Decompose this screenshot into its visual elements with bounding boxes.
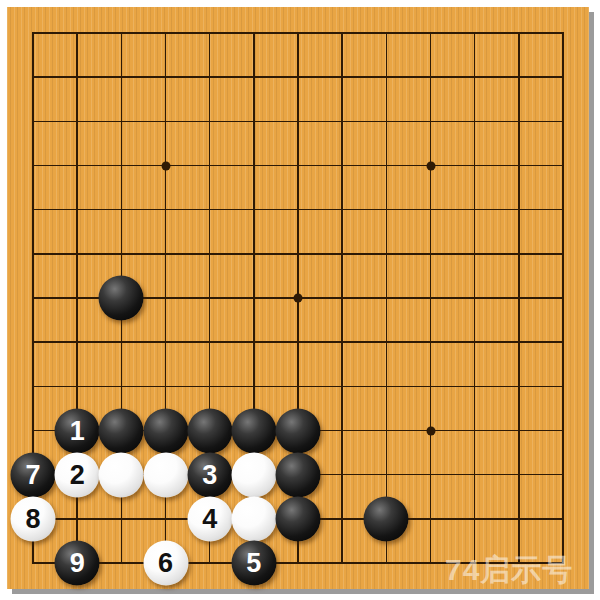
black-stone bbox=[276, 452, 321, 497]
grid-line-vertical bbox=[430, 32, 431, 563]
black-stone bbox=[364, 496, 409, 541]
black-stone-move-1: 1 bbox=[55, 408, 100, 453]
grid-line-vertical bbox=[341, 32, 342, 563]
star-point bbox=[294, 294, 303, 303]
white-stone bbox=[231, 496, 276, 541]
grid-line-horizontal bbox=[32, 386, 563, 387]
white-stone bbox=[143, 452, 188, 497]
move-number-label: 8 bbox=[25, 505, 40, 532]
star-point bbox=[426, 426, 435, 435]
move-number-label: 7 bbox=[25, 461, 40, 488]
black-stone-move-7: 7 bbox=[11, 452, 56, 497]
white-stone-move-6: 6 bbox=[143, 541, 188, 586]
black-stone bbox=[99, 276, 144, 321]
black-stone bbox=[187, 408, 232, 453]
black-stone-move-3: 3 bbox=[187, 452, 232, 497]
move-number-label: 6 bbox=[158, 550, 173, 577]
black-stone bbox=[143, 408, 188, 453]
go-board: 172384965 bbox=[7, 7, 589, 589]
grid-line-horizontal bbox=[32, 562, 563, 563]
black-stone bbox=[231, 408, 276, 453]
move-number-label: 9 bbox=[70, 550, 85, 577]
black-stone bbox=[276, 496, 321, 541]
move-number-label: 1 bbox=[70, 417, 85, 444]
go-diagram-page: 172384965 74启示号 bbox=[0, 0, 600, 600]
white-stone bbox=[99, 452, 144, 497]
star-point bbox=[161, 161, 170, 170]
grid-line-vertical bbox=[474, 32, 475, 563]
black-stone bbox=[99, 408, 144, 453]
grid-line-horizontal bbox=[32, 341, 563, 342]
move-number-label: 2 bbox=[70, 461, 85, 488]
white-stone-move-4: 4 bbox=[187, 496, 232, 541]
white-stone-move-8: 8 bbox=[11, 496, 56, 541]
move-number-label: 5 bbox=[246, 550, 261, 577]
black-stone bbox=[276, 408, 321, 453]
white-stone-move-2: 2 bbox=[55, 452, 100, 497]
black-stone-move-9: 9 bbox=[55, 541, 100, 586]
grid-line-vertical bbox=[562, 32, 563, 563]
star-point bbox=[426, 161, 435, 170]
move-number-label: 4 bbox=[202, 505, 217, 532]
white-stone bbox=[231, 452, 276, 497]
move-number-label: 3 bbox=[202, 461, 217, 488]
grid-line-vertical bbox=[518, 32, 519, 563]
grid-line-vertical bbox=[386, 32, 387, 563]
black-stone-move-5: 5 bbox=[231, 541, 276, 586]
